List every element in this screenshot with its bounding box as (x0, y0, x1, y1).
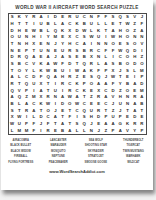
puzzle-title: WORLD WAR II AIRCRAFT WORD SEARCH PUZZLE (3, 5, 151, 10)
grid-cell: S (88, 74, 95, 81)
grid-cell: L (30, 67, 37, 74)
grid-cell: K (81, 87, 88, 94)
grid-cell: U (16, 121, 23, 128)
grid-cell: P (138, 74, 145, 81)
grid-cell: R (66, 47, 73, 54)
grid-cell: E (59, 107, 66, 114)
grid-cell: O (131, 41, 138, 48)
grid-cell: A (102, 94, 109, 101)
grid-cell: V (16, 87, 23, 94)
grid-cell: E (124, 74, 131, 81)
grid-cell: B (9, 101, 16, 108)
grid-cell: A (117, 127, 124, 134)
grid-cell: X (37, 81, 44, 88)
grid-cell: S (124, 67, 131, 74)
grid-cell: H (59, 74, 66, 81)
grid-cell: A (37, 87, 44, 94)
grid-cell: K (59, 27, 66, 34)
grid-cell: H (88, 114, 95, 121)
grid-cell: F (109, 81, 116, 88)
grid-cell: B (81, 47, 88, 54)
grid-cell: E (88, 87, 95, 94)
grid-cell: N (102, 41, 109, 48)
grid-cell: W (73, 67, 80, 74)
worksheet-page: WORLD WAR II AIRCRAFT WORD SEARCH PUZZLE… (1, 0, 153, 190)
grid-cell: F (30, 127, 37, 134)
grid-cell: J (102, 74, 109, 81)
grid-cell: R (131, 94, 138, 101)
grid-cell: T (16, 81, 23, 88)
grid-cell: D (95, 114, 102, 121)
grid-cell: S (9, 61, 16, 68)
grid-cell: I (102, 34, 109, 41)
grid-cell: C (23, 74, 30, 81)
word-list-item: FLYING FORTRESS (3, 160, 39, 165)
grid-cell: N (138, 34, 145, 41)
grid-cell: A (45, 61, 52, 68)
grid-cell: H (16, 27, 23, 34)
grid-cell: J (138, 14, 145, 21)
grid-cell: T (16, 21, 23, 28)
grid-cell: A (109, 27, 116, 34)
grid-cell: U (37, 21, 44, 28)
grid-cell: B (81, 21, 88, 28)
grid-cell: Q (81, 121, 88, 128)
grid-cell: Q (45, 74, 52, 81)
grid-cell: D (9, 27, 16, 34)
grid-cell: C (102, 87, 109, 94)
grid-cell: S (73, 121, 80, 128)
grid-cell: P (102, 114, 109, 121)
grid-cell: W (30, 27, 37, 34)
grid-cell: Z (138, 54, 145, 61)
grid-cell: I (52, 101, 59, 108)
grid-cell: D (37, 114, 44, 121)
grid-cell: H (117, 94, 124, 101)
grid-cell: C (102, 101, 109, 108)
grid-cell: R (16, 54, 23, 61)
grid-cell: A (30, 54, 37, 61)
grid-cell: R (88, 61, 95, 68)
grid-cell: E (95, 121, 102, 128)
grid-cell: L (30, 114, 37, 121)
grid-cell: J (52, 107, 59, 114)
grid-cell: R (88, 47, 95, 54)
grid-cell: J (88, 121, 95, 128)
grid-cell: Y (23, 67, 30, 74)
grid-cell: D (30, 74, 37, 81)
grid-cell: B (81, 54, 88, 61)
grid-cell: X (88, 54, 95, 61)
grid-cell: J (52, 54, 59, 61)
grid-cell: L (73, 127, 80, 134)
grid-cell: X (95, 87, 102, 94)
grid-cell: H (117, 34, 124, 41)
grid-cell: N (131, 34, 138, 41)
word-list-column: THUNDERBOLTTIGERCATTWIN MUSTANGWARHAWKWI… (116, 138, 152, 165)
grid-cell: S (73, 47, 80, 54)
grid-cell: U (16, 34, 23, 41)
grid-cell: K (37, 61, 44, 68)
grid-cell: E (52, 127, 59, 134)
grid-cell: B (45, 21, 52, 28)
grid-cell: B (59, 127, 66, 134)
grid-cell: I (30, 21, 37, 28)
grid-cell: T (138, 107, 145, 114)
grid-cell: R (95, 94, 102, 101)
grid-cell: W (16, 114, 23, 121)
grid-cell: R (131, 121, 138, 128)
grid-cell: L (131, 67, 138, 74)
grid-cell: D (131, 47, 138, 54)
grid-cell: O (16, 67, 23, 74)
word-list: AIRACOBRABLACK BULLETBLACK WIDOWFIREBALL… (3, 138, 151, 165)
grid-cell: A (73, 94, 80, 101)
grid-cell: I (73, 114, 80, 121)
grid-cell: O (124, 27, 131, 34)
grid-cell: B (37, 27, 44, 34)
grid-cell: A (59, 121, 66, 128)
word-list-item: SWOOSE GOOSE (78, 160, 114, 165)
grid-cell: R (66, 87, 73, 94)
grid-cell: O (124, 34, 131, 41)
grid-cell: D (109, 87, 116, 94)
grid-cell: Z (131, 21, 138, 28)
website-link[interactable]: www.WordSearchAddict.com (1, 169, 153, 174)
grid-cell: V (138, 41, 145, 48)
grid-cell: A (59, 94, 66, 101)
grid-cell: C (81, 101, 88, 108)
grid-cell: M (138, 87, 145, 94)
grid-cell: N (88, 127, 95, 134)
word-search-grid: SKYRAIDERUCNFFSQSVJHTTIUBLACKBULLETWZFDH… (8, 13, 147, 135)
grid-cell: W (66, 94, 73, 101)
grid-cell: F (45, 121, 52, 128)
grid-cell: A (102, 121, 109, 128)
grid-cell: Q (16, 94, 23, 101)
grid-cell: C (66, 21, 73, 28)
grid-cell: A (131, 81, 138, 88)
grid-cell: T (37, 107, 44, 114)
grid-cell: L (16, 101, 23, 108)
grid-cell: J (52, 41, 59, 48)
grid-cell: X (66, 27, 73, 34)
grid-cell: L (102, 54, 109, 61)
grid-cell: P (23, 47, 30, 54)
grid-cell: C (66, 81, 73, 88)
grid-cell: U (30, 81, 37, 88)
grid-cell: Q (117, 14, 124, 21)
grid-cell: Y (45, 34, 52, 41)
grid-cell: A (52, 74, 59, 81)
grid-cell: A (102, 61, 109, 68)
grid-cell: T (45, 87, 52, 94)
grid-cell: H (66, 41, 73, 48)
grid-cell: W (81, 27, 88, 34)
grid-cell: L (52, 21, 59, 28)
grid-cell: W (109, 34, 116, 41)
grid-cell: X (37, 94, 44, 101)
grid-cell: S (124, 41, 131, 48)
grid-cell: O (9, 34, 16, 41)
grid-cell: F (102, 47, 109, 54)
grid-cell: P (109, 127, 116, 134)
grid-cell: D (138, 81, 145, 88)
grid-cell: I (52, 81, 59, 88)
grid-cell: U (109, 114, 116, 121)
grid-cell: M (52, 34, 59, 41)
grid-cell: O (45, 107, 52, 114)
grid-cell: C (73, 87, 80, 94)
grid-cell: M (23, 127, 30, 134)
grid-cell: Y (131, 127, 138, 134)
grid-cell: N (16, 41, 23, 48)
grid-cell: T (66, 107, 73, 114)
grid-cell: R (23, 107, 30, 114)
grid-cell: N (88, 14, 95, 21)
grid-cell: T (73, 61, 80, 68)
grid-cell: I (138, 47, 145, 54)
grid-cell: T (117, 74, 124, 81)
grid-cell: C (30, 101, 37, 108)
grid-cell: C (73, 34, 80, 41)
grid-cell: Z (73, 74, 80, 81)
grid-cell: N (95, 41, 102, 48)
grid-cell: Z (102, 127, 109, 134)
grid-cell: B (124, 81, 131, 88)
grid-cell: X (66, 34, 73, 41)
grid-cell: R (30, 14, 37, 21)
grid-cell: A (109, 121, 116, 128)
grid-cell: B (117, 61, 124, 68)
grid-cell: T (45, 81, 52, 88)
grid-cell: N (23, 34, 30, 41)
grid-cell: N (45, 41, 52, 48)
word-list-item: WILDCAT (116, 160, 152, 165)
grid-cell: U (88, 21, 95, 28)
grid-cell: T (30, 47, 37, 54)
grid-cell: F (66, 114, 73, 121)
grid-cell: D (9, 54, 16, 61)
grid-cell: K (73, 81, 80, 88)
grid-cell: E (124, 114, 131, 121)
grid-cell: N (52, 94, 59, 101)
grid-cell: N (95, 54, 102, 61)
grid-cell: R (9, 81, 16, 88)
grid-cell: C (81, 14, 88, 21)
grid-cell: T (59, 114, 66, 121)
grid-cell: S (109, 61, 116, 68)
grid-cell: W (124, 21, 131, 28)
grid-cell: P (117, 114, 124, 121)
grid-cell: W (109, 74, 116, 81)
grid-cell: H (9, 21, 16, 28)
grid-cell: M (138, 67, 145, 74)
grid-cell: W (45, 67, 52, 74)
word-list-column: AIRACOBRABLACK BULLETBLACK WIDOWFIREBALL… (3, 138, 39, 165)
grid-cell: Q (23, 81, 30, 88)
grid-cell: U (88, 107, 95, 114)
grid-cell: J (95, 127, 102, 134)
grid-cell: T (9, 67, 16, 74)
grid-cell: Q (95, 74, 102, 81)
grid-cell: O (124, 87, 131, 94)
grid-cell: F (109, 47, 116, 54)
grid-cell: N (9, 47, 16, 54)
grid-cell: I (23, 114, 30, 121)
grid-cell: N (124, 94, 131, 101)
grid-cell: J (117, 107, 124, 114)
grid-cell: I (37, 127, 44, 134)
grid-cell: Q (81, 107, 88, 114)
grid-cell: E (16, 47, 23, 54)
grid-cell: O (109, 41, 116, 48)
grid-cell: L (95, 21, 102, 28)
grid-cell: O (138, 61, 145, 68)
grid-cell: L (95, 61, 102, 68)
grid-cell: M (16, 127, 23, 134)
grid-cell: D (131, 61, 138, 68)
grid-cell: D (66, 61, 73, 68)
grid-cell: R (45, 94, 52, 101)
grid-cell: L (81, 127, 88, 134)
grid-cell: R (66, 14, 73, 21)
grid-cell: O (124, 54, 131, 61)
grid-cell: F (102, 14, 109, 21)
grid-cell: V (124, 127, 131, 134)
grid-cell: W (45, 101, 52, 108)
grid-cell: O (124, 61, 131, 68)
grid-cell: L (9, 127, 16, 134)
grid-cell: L (45, 27, 52, 34)
grid-cell: I (30, 87, 37, 94)
grid-cell: C (73, 41, 80, 48)
grid-cell: E (37, 54, 44, 61)
grid-cell: D (59, 101, 66, 108)
grid-cell: E (73, 54, 80, 61)
grid-cell: R (95, 107, 102, 114)
grid-cell: E (81, 74, 88, 81)
grid-cell: T (16, 107, 23, 114)
grid-cell: C (23, 61, 30, 68)
grid-cell: W (9, 121, 16, 128)
grid-cell: I (59, 87, 66, 94)
grid-cell: T (9, 41, 16, 48)
grid-cell: E (138, 114, 145, 121)
grid-cell: H (30, 34, 37, 41)
grid-cell: R (59, 81, 66, 88)
grid-cell: A (9, 94, 16, 101)
grid-cell: K (37, 101, 44, 108)
grid-cell: E (59, 34, 66, 41)
grid-cell: H (131, 54, 138, 61)
grid-cell: S (124, 14, 131, 21)
grid-cell: Y (23, 14, 30, 21)
grid-cell: F (138, 21, 145, 28)
grid-cell: Y (59, 41, 66, 48)
grid-cell: Z (23, 94, 30, 101)
grid-cell: D (73, 27, 80, 34)
grid-cell: Z (88, 94, 95, 101)
grid-cell: I (45, 14, 52, 21)
grid-cell: X (30, 41, 37, 48)
grid-cell: T (124, 107, 131, 114)
grid-cell: S (109, 14, 116, 21)
grid-cell: E (117, 41, 124, 48)
word-list-column: SEA WOLFSHOOTING STARSKYRAIDERSTRATOJETS… (78, 138, 114, 165)
grid-cell: E (23, 27, 30, 34)
grid-cell: E (59, 14, 66, 21)
grid-cell: T (52, 121, 59, 128)
grid-cell: A (138, 27, 145, 34)
grid-cell: C (95, 47, 102, 54)
grid-cell: F (95, 67, 102, 74)
grid-cell: A (59, 21, 66, 28)
grid-cell: P (138, 127, 145, 134)
grid-cell: Q (9, 87, 16, 94)
grid-cell: A (37, 14, 44, 21)
grid-cell: N (45, 47, 52, 54)
grid-cell: Z (117, 87, 124, 94)
word-list-column: LANCASTERMARAUDERMOSQUITONEPTUNEPEACEMAK… (41, 138, 77, 165)
grid-cell: S (81, 34, 88, 41)
grid-cell: P (23, 87, 30, 94)
grid-cell: A (23, 101, 30, 108)
grid-cell: A (81, 67, 88, 74)
grid-cell: A (45, 54, 52, 61)
grid-cell: I (109, 54, 116, 61)
grid-cell: J (117, 67, 124, 74)
grid-cell: I (37, 34, 44, 41)
grid-cell: R (66, 74, 73, 81)
grid-cell: E (95, 101, 102, 108)
grid-cell: I (131, 74, 138, 81)
grid-cell: T (23, 21, 30, 28)
grid-cell: A (66, 127, 73, 134)
grid-cell: R (45, 127, 52, 134)
grid-cell: C (73, 107, 80, 114)
grid-cell: D (131, 114, 138, 121)
grid-cell: W (73, 101, 80, 108)
grid-cell: E (52, 47, 59, 54)
grid-cell: T (102, 27, 109, 34)
grid-cell: E (88, 101, 95, 108)
grid-cell: V (109, 94, 116, 101)
grid-cell: U (95, 34, 102, 41)
grid-cell: A (138, 94, 145, 101)
grid-cell: L (102, 21, 109, 28)
grid-cell: W (52, 61, 59, 68)
grid-cell: F (95, 14, 102, 21)
grid-cell: Q (52, 27, 59, 34)
grid-cell: N (124, 101, 131, 108)
grid-cell: E (131, 87, 138, 94)
grid-cell: F (30, 121, 37, 128)
grid-cell: O (88, 81, 95, 88)
grid-cell: A (30, 107, 37, 114)
grid-cell: D (52, 14, 59, 21)
grid-cell: Q (124, 47, 131, 54)
grid-cell: V (131, 14, 138, 21)
grid-cell: K (88, 67, 95, 74)
grid-cell: C (45, 114, 52, 121)
grid-cell: A (81, 41, 88, 48)
grid-cell: X (9, 114, 16, 121)
grid-cell: Z (109, 107, 116, 114)
grid-cell: T (66, 121, 73, 128)
grid-cell: A (9, 74, 16, 81)
grid-cell: F (59, 61, 66, 68)
